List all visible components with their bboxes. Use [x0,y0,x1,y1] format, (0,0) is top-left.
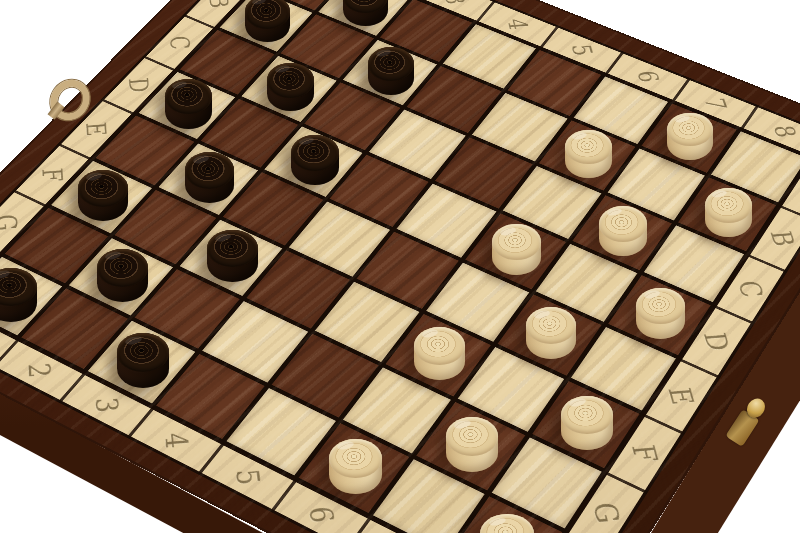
checker-top-face [561,396,613,434]
light-checker[interactable] [565,130,612,178]
checker-top-face [667,113,713,147]
light-checker[interactable] [526,307,576,359]
light-checker[interactable] [667,113,713,161]
light-checker[interactable] [705,188,752,237]
dark-checker[interactable] [267,63,314,111]
light-checker[interactable] [492,224,541,275]
checker-top-face [368,47,414,81]
dark-checker[interactable] [343,0,387,26]
checkers-board-photo: 1122334455667788AABBCCDDEEFFGGHH [0,0,800,533]
light-checker[interactable] [480,514,534,533]
light-checker[interactable] [414,327,465,380]
light-checker[interactable] [636,288,685,339]
checker-top-face [185,152,234,188]
dark-checker[interactable] [207,230,257,282]
checker-top-face [267,63,314,98]
checker-top-face [207,230,257,267]
dark-checker[interactable] [368,47,414,95]
light-checker[interactable] [599,206,647,256]
pieces-layer [0,0,800,533]
checker-top-face [414,327,465,365]
dark-checker[interactable] [78,170,128,222]
dark-checker[interactable] [165,79,212,128]
checker-top-face [446,417,499,456]
light-checker[interactable] [446,417,499,472]
checker-top-face [599,206,647,242]
checker-top-face [78,170,128,207]
dark-checker[interactable] [185,152,234,203]
checker-top-face [526,307,576,344]
checker-top-face [565,130,612,165]
checker-top-face [636,288,685,325]
dark-checker[interactable] [97,249,148,302]
checker-top-face [705,188,752,223]
checker-top-face [480,514,534,533]
checker-top-face [291,135,339,171]
dark-checker[interactable] [245,0,290,42]
dark-checker[interactable] [0,268,37,322]
light-checker[interactable] [329,439,382,495]
checker-top-face [329,439,382,479]
checker-top-face [97,249,148,287]
dark-checker[interactable] [117,333,170,388]
dark-checker[interactable] [291,135,339,185]
light-checker[interactable] [561,396,613,450]
